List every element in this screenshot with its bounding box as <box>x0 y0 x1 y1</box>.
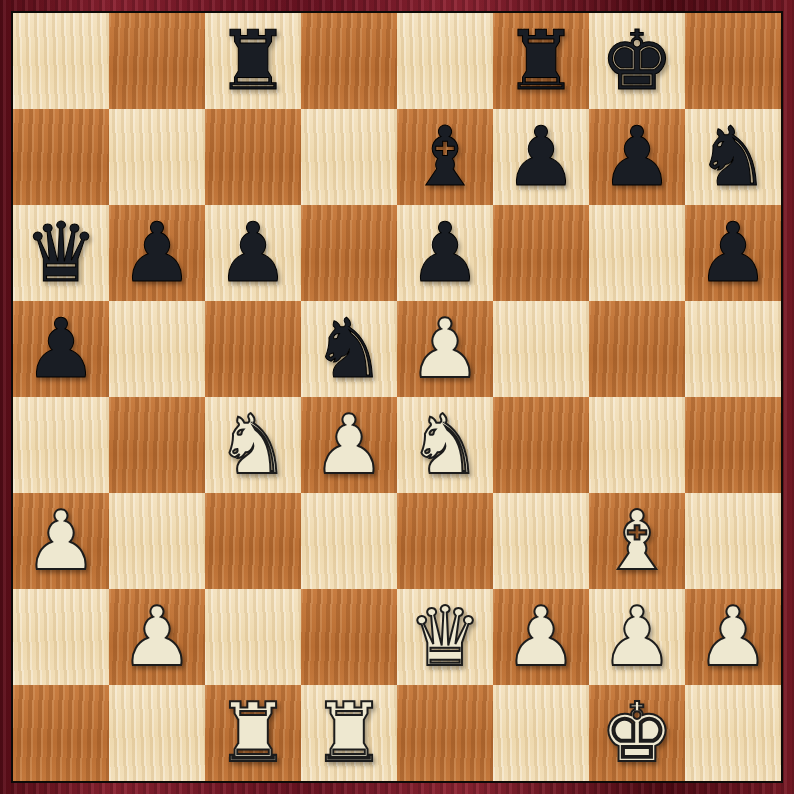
square-h4[interactable] <box>685 397 781 493</box>
square-f7[interactable]: ♟ <box>493 109 589 205</box>
square-d8[interactable] <box>301 13 397 109</box>
square-c4[interactable]: ♞ <box>205 397 301 493</box>
square-f8[interactable]: ♜ <box>493 13 589 109</box>
square-f5[interactable] <box>493 301 589 397</box>
black-pawn-g7[interactable]: ♟ <box>600 109 674 205</box>
black-queen-a6[interactable]: ♛ <box>24 205 98 301</box>
square-f3[interactable] <box>493 493 589 589</box>
square-h2[interactable]: ♟ <box>685 589 781 685</box>
square-d4[interactable]: ♟ <box>301 397 397 493</box>
white-knight-c4[interactable]: ♞ <box>216 397 290 493</box>
square-g2[interactable]: ♟ <box>589 589 685 685</box>
square-g4[interactable] <box>589 397 685 493</box>
white-pawn-h2[interactable]: ♟ <box>696 589 770 685</box>
square-h8[interactable] <box>685 13 781 109</box>
square-f4[interactable] <box>493 397 589 493</box>
square-g6[interactable] <box>589 205 685 301</box>
black-pawn-e6[interactable]: ♟ <box>408 205 482 301</box>
square-e2[interactable]: ♛ <box>397 589 493 685</box>
square-d5[interactable]: ♞ <box>301 301 397 397</box>
square-g3[interactable]: ♝ <box>589 493 685 589</box>
board-frame: ♜♜♚♝♟♟♞♛♟♟♟♟♟♞♟♞♟♞♟♝♟♛♟♟♟♜♜♚ <box>0 0 794 794</box>
square-a6[interactable]: ♛ <box>13 205 109 301</box>
white-rook-c1[interactable]: ♜ <box>216 685 290 781</box>
black-rook-c8[interactable]: ♜ <box>216 13 290 109</box>
square-b8[interactable] <box>109 13 205 109</box>
square-h7[interactable]: ♞ <box>685 109 781 205</box>
white-pawn-g2[interactable]: ♟ <box>600 589 674 685</box>
square-b2[interactable]: ♟ <box>109 589 205 685</box>
square-a7[interactable] <box>13 109 109 205</box>
square-h3[interactable] <box>685 493 781 589</box>
square-h1[interactable] <box>685 685 781 781</box>
white-queen-e2[interactable]: ♛ <box>408 589 482 685</box>
black-pawn-f7[interactable]: ♟ <box>504 109 578 205</box>
black-knight-h7[interactable]: ♞ <box>696 109 770 205</box>
square-e8[interactable] <box>397 13 493 109</box>
black-pawn-b6[interactable]: ♟ <box>120 205 194 301</box>
black-bishop-e7[interactable]: ♝ <box>408 109 482 205</box>
square-e4[interactable]: ♞ <box>397 397 493 493</box>
square-h6[interactable]: ♟ <box>685 205 781 301</box>
square-a5[interactable]: ♟ <box>13 301 109 397</box>
square-g1[interactable]: ♚ <box>589 685 685 781</box>
square-b3[interactable] <box>109 493 205 589</box>
black-rook-f8[interactable]: ♜ <box>504 13 578 109</box>
square-b6[interactable]: ♟ <box>109 205 205 301</box>
square-e5[interactable]: ♟ <box>397 301 493 397</box>
white-pawn-f2[interactable]: ♟ <box>504 589 578 685</box>
white-pawn-a3[interactable]: ♟ <box>24 493 98 589</box>
square-c3[interactable] <box>205 493 301 589</box>
square-b5[interactable] <box>109 301 205 397</box>
square-a1[interactable] <box>13 685 109 781</box>
square-h5[interactable] <box>685 301 781 397</box>
white-bishop-g3[interactable]: ♝ <box>600 493 674 589</box>
black-knight-d5[interactable]: ♞ <box>312 301 386 397</box>
square-e7[interactable]: ♝ <box>397 109 493 205</box>
chess-board: ♜♜♚♝♟♟♞♛♟♟♟♟♟♞♟♞♟♞♟♝♟♛♟♟♟♜♜♚ <box>13 13 781 781</box>
white-rook-d1[interactable]: ♜ <box>312 685 386 781</box>
board-inner-border: ♜♜♚♝♟♟♞♛♟♟♟♟♟♞♟♞♟♞♟♝♟♛♟♟♟♜♜♚ <box>11 11 783 783</box>
square-f1[interactable] <box>493 685 589 781</box>
square-d3[interactable] <box>301 493 397 589</box>
white-king-g1[interactable]: ♚ <box>600 685 674 781</box>
square-d7[interactable] <box>301 109 397 205</box>
square-e3[interactable] <box>397 493 493 589</box>
square-d6[interactable] <box>301 205 397 301</box>
white-pawn-e5[interactable]: ♟ <box>408 301 482 397</box>
square-a3[interactable]: ♟ <box>13 493 109 589</box>
square-d2[interactable] <box>301 589 397 685</box>
square-c6[interactable]: ♟ <box>205 205 301 301</box>
square-a4[interactable] <box>13 397 109 493</box>
square-d1[interactable]: ♜ <box>301 685 397 781</box>
square-c2[interactable] <box>205 589 301 685</box>
square-b1[interactable] <box>109 685 205 781</box>
square-c7[interactable] <box>205 109 301 205</box>
white-knight-e4[interactable]: ♞ <box>408 397 482 493</box>
white-pawn-b2[interactable]: ♟ <box>120 589 194 685</box>
black-pawn-h6[interactable]: ♟ <box>696 205 770 301</box>
square-e1[interactable] <box>397 685 493 781</box>
square-b4[interactable] <box>109 397 205 493</box>
black-pawn-c6[interactable]: ♟ <box>216 205 290 301</box>
square-g8[interactable]: ♚ <box>589 13 685 109</box>
square-g5[interactable] <box>589 301 685 397</box>
square-b7[interactable] <box>109 109 205 205</box>
square-f6[interactable] <box>493 205 589 301</box>
black-king-g8[interactable]: ♚ <box>600 13 674 109</box>
white-pawn-d4[interactable]: ♟ <box>312 397 386 493</box>
square-e6[interactable]: ♟ <box>397 205 493 301</box>
square-a2[interactable] <box>13 589 109 685</box>
square-c5[interactable] <box>205 301 301 397</box>
square-f2[interactable]: ♟ <box>493 589 589 685</box>
square-g7[interactable]: ♟ <box>589 109 685 205</box>
square-c1[interactable]: ♜ <box>205 685 301 781</box>
square-c8[interactable]: ♜ <box>205 13 301 109</box>
square-a8[interactable] <box>13 13 109 109</box>
black-pawn-a5[interactable]: ♟ <box>24 301 98 397</box>
